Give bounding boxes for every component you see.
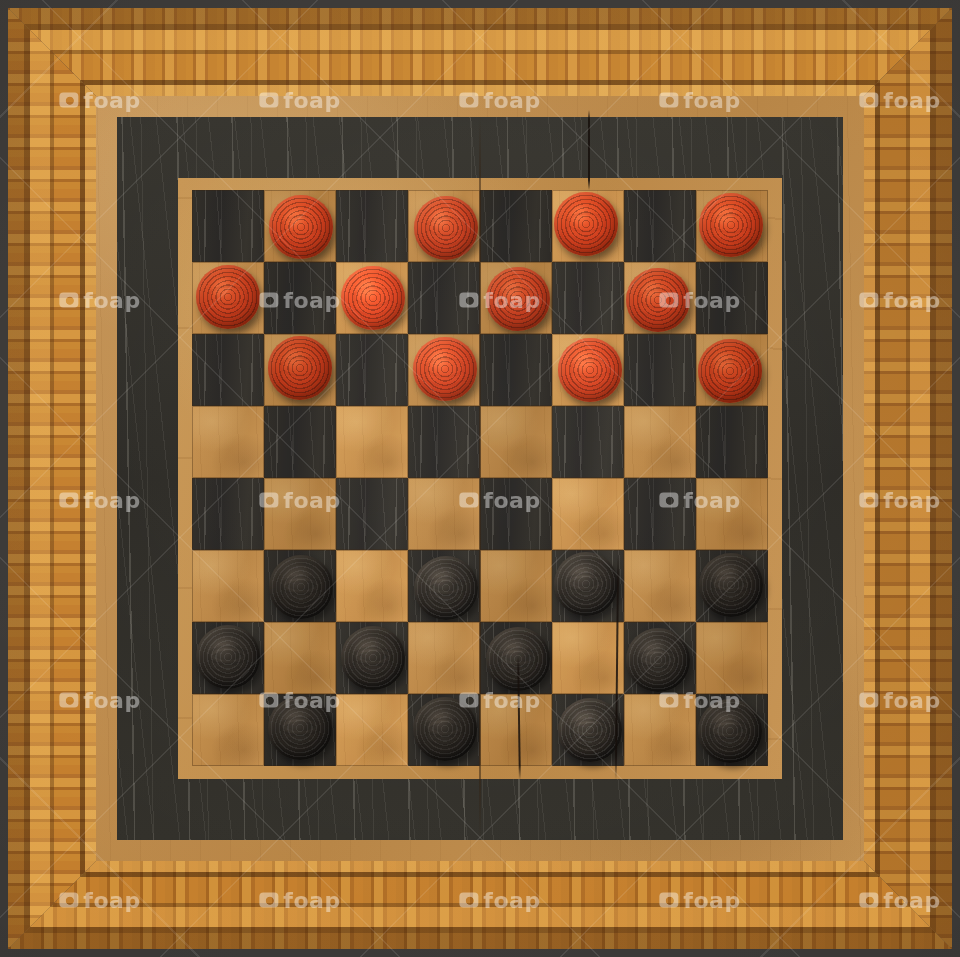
square-r5c3[interactable] [336,478,408,550]
square-r6c8[interactable]: ⛂ [696,550,768,622]
square-r3c6[interactable]: ⛀ [552,334,624,406]
square-r2c3[interactable]: ⛀ [336,262,408,334]
black-checker-piece[interactable]: ⛂ [269,555,333,619]
square-r2c5[interactable]: ⛀ [480,262,552,334]
black-checker-piece[interactable]: ⛂ [414,556,478,620]
turned-ring-texture [698,339,762,403]
square-r1c4[interactable]: ⛀ [408,190,480,262]
square-r1c3[interactable] [336,190,408,262]
red-checker-piece[interactable]: ⛀ [196,265,260,329]
square-r8c1[interactable] [192,694,264,766]
red-checker-piece[interactable]: ⛀ [268,336,332,400]
square-r7c1[interactable]: ⛂ [192,622,264,694]
square-r5c5[interactable] [480,478,552,550]
red-checker-piece[interactable]: ⛀ [486,267,550,331]
square-r8c4[interactable]: ⛂ [408,694,480,766]
square-r3c7[interactable] [624,334,696,406]
turned-ring-texture [554,552,618,616]
square-r8c2[interactable]: ⛂ [264,694,336,766]
square-r7c8[interactable] [696,622,768,694]
square-r2c6[interactable] [552,262,624,334]
red-checker-piece[interactable]: ⛀ [341,266,405,330]
black-checker-piece[interactable]: ⛂ [554,552,618,616]
square-r6c6[interactable]: ⛂ [552,550,624,622]
wood-crack [588,110,590,190]
square-r2c1[interactable]: ⛀ [192,262,264,334]
turned-ring-texture [268,336,332,400]
square-r6c4[interactable]: ⛂ [408,550,480,622]
turned-ring-texture [196,625,260,689]
turned-ring-texture [269,555,333,619]
red-checker-piece[interactable]: ⛀ [626,268,690,332]
red-checker-piece[interactable]: ⛀ [413,337,477,401]
black-checker-piece[interactable]: ⛂ [268,696,332,760]
square-r4c8[interactable] [696,406,768,478]
turned-ring-texture [626,268,690,332]
red-checker-piece[interactable]: ⛀ [558,338,622,402]
turned-ring-texture [268,696,332,760]
board-fold-seam [479,117,481,840]
square-r4c3[interactable] [336,406,408,478]
square-r1c6[interactable]: ⛀ [552,190,624,262]
square-r4c2[interactable] [264,406,336,478]
square-r6c5[interactable] [480,550,552,622]
square-r4c4[interactable] [408,406,480,478]
square-r1c2[interactable]: ⛀ [264,190,336,262]
square-r1c5[interactable] [480,190,552,262]
black-checker-piece[interactable]: ⛂ [698,699,762,763]
square-r5c2[interactable] [264,478,336,550]
turned-ring-texture [699,193,763,257]
square-r2c2[interactable] [264,262,336,334]
turned-ring-texture [558,338,622,402]
square-r8c6[interactable]: ⛂ [552,694,624,766]
square-r8c5[interactable] [480,694,552,766]
square-r6c7[interactable] [624,550,696,622]
square-r3c8[interactable]: ⛀ [696,334,768,406]
square-r3c3[interactable] [336,334,408,406]
black-checker-piece[interactable]: ⛂ [413,697,477,761]
turned-ring-texture [341,626,405,690]
square-r7c5[interactable]: ⛂ [480,622,552,694]
square-r1c1[interactable] [192,190,264,262]
square-r7c7[interactable]: ⛂ [624,622,696,694]
square-r4c5[interactable] [480,406,552,478]
turned-ring-texture [269,195,333,259]
square-r3c4[interactable]: ⛀ [408,334,480,406]
square-r5c7[interactable] [624,478,696,550]
square-r6c3[interactable] [336,550,408,622]
square-r6c2[interactable]: ⛂ [264,550,336,622]
red-checker-piece[interactable]: ⛀ [699,193,763,257]
black-checker-piece[interactable]: ⛂ [626,628,690,692]
red-checker-piece[interactable]: ⛀ [554,192,618,256]
square-r2c8[interactable] [696,262,768,334]
turned-ring-texture [699,553,763,617]
square-r5c1[interactable] [192,478,264,550]
square-r4c6[interactable] [552,406,624,478]
square-r2c7[interactable]: ⛀ [624,262,696,334]
turned-ring-texture [413,697,477,761]
checkers-board-photo: ⛀⛀⛀⛀⛀⛀⛀⛀⛀⛀⛀⛀⛂⛂⛂⛂⛂⛂⛂⛂⛂⛂⛂⛂ foapfoapfoapfoa… [0,0,960,957]
red-checker-piece[interactable]: ⛀ [269,195,333,259]
black-checker-piece[interactable]: ⛂ [558,698,622,762]
turned-ring-texture [341,266,405,330]
square-r5c8[interactable] [696,478,768,550]
turned-ring-texture [414,196,478,260]
square-r7c4[interactable] [408,622,480,694]
square-r4c1[interactable] [192,406,264,478]
turned-ring-texture [554,192,618,256]
square-r3c2[interactable]: ⛀ [264,334,336,406]
square-r7c3[interactable]: ⛂ [336,622,408,694]
square-r5c4[interactable] [408,478,480,550]
square-r8c7[interactable] [624,694,696,766]
turned-ring-texture [413,337,477,401]
turned-ring-texture [626,628,690,692]
square-r3c5[interactable] [480,334,552,406]
square-r7c6[interactable] [552,622,624,694]
turned-ring-texture [558,698,622,762]
turned-ring-texture [414,556,478,620]
square-r7c2[interactable] [264,622,336,694]
square-r8c8[interactable]: ⛂ [696,694,768,766]
turned-ring-texture [698,699,762,763]
square-r3c1[interactable] [192,334,264,406]
turned-ring-texture [196,265,260,329]
square-r1c8[interactable]: ⛀ [696,190,768,262]
square-r8c3[interactable] [336,694,408,766]
turned-ring-texture [486,267,550,331]
square-r2c4[interactable] [408,262,480,334]
black-checker-piece[interactable]: ⛂ [341,626,405,690]
black-checker-piece[interactable]: ⛂ [699,553,763,617]
square-r6c1[interactable] [192,550,264,622]
red-checker-piece[interactable]: ⛀ [414,196,478,260]
square-r5c6[interactable] [552,478,624,550]
square-r1c7[interactable] [624,190,696,262]
red-checker-piece[interactable]: ⛀ [698,339,762,403]
black-checker-piece[interactable]: ⛂ [196,625,260,689]
square-r4c7[interactable] [624,406,696,478]
